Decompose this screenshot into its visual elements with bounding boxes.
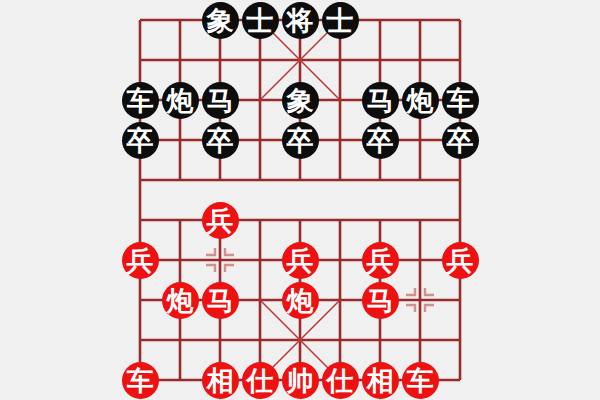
piece-red-horse[interactable]: 马 xyxy=(362,282,399,319)
piece-black-horse[interactable]: 马 xyxy=(202,82,239,119)
piece-black-horse[interactable]: 马 xyxy=(362,82,399,119)
piece-black-chariot[interactable]: 车 xyxy=(122,82,159,119)
piece-red-elephant[interactable]: 相 xyxy=(362,362,399,399)
piece-red-cannon[interactable]: 炮 xyxy=(162,282,199,319)
piece-black-soldier[interactable]: 卒 xyxy=(362,122,399,159)
piece-red-elephant[interactable]: 相 xyxy=(202,362,239,399)
piece-black-cannon[interactable]: 炮 xyxy=(402,82,439,119)
piece-red-general[interactable]: 帅 xyxy=(282,362,319,399)
piece-red-advisor[interactable]: 仕 xyxy=(322,362,359,399)
piece-black-elephant[interactable]: 象 xyxy=(282,82,319,119)
piece-red-soldier[interactable]: 兵 xyxy=(202,202,239,239)
piece-black-soldier[interactable]: 卒 xyxy=(442,122,479,159)
piece-red-cannon[interactable]: 炮 xyxy=(282,282,319,319)
piece-black-cannon[interactable]: 炮 xyxy=(162,82,199,119)
piece-red-soldier[interactable]: 兵 xyxy=(122,242,159,279)
piece-red-chariot[interactable]: 车 xyxy=(122,362,159,399)
piece-black-soldier[interactable]: 卒 xyxy=(122,122,159,159)
piece-black-advisor[interactable]: 士 xyxy=(242,2,279,39)
piece-red-soldier[interactable]: 兵 xyxy=(442,242,479,279)
piece-red-horse[interactable]: 马 xyxy=(202,282,239,319)
piece-black-soldier[interactable]: 卒 xyxy=(202,122,239,159)
piece-black-elephant[interactable]: 象 xyxy=(202,2,239,39)
piece-red-chariot[interactable]: 车 xyxy=(402,362,439,399)
piece-red-soldier[interactable]: 兵 xyxy=(282,242,319,279)
xiangqi-board[interactable]: 象士将士车炮马象马炮车卒卒卒卒卒兵兵兵兵兵炮马炮马车相仕帅仕相车 xyxy=(120,0,480,400)
piece-black-chariot[interactable]: 车 xyxy=(442,82,479,119)
piece-black-advisor[interactable]: 士 xyxy=(322,2,359,39)
piece-red-advisor[interactable]: 仕 xyxy=(242,362,279,399)
piece-red-soldier[interactable]: 兵 xyxy=(362,242,399,279)
xiangqi-screenshot: { "game": "xiangqi (Chinese chess)", "po… xyxy=(0,0,600,400)
piece-black-soldier[interactable]: 卒 xyxy=(282,122,319,159)
piece-black-general[interactable]: 将 xyxy=(282,2,319,39)
